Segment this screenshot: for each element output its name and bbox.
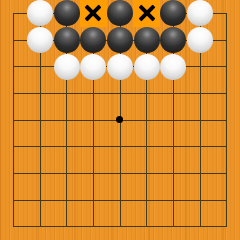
intersection-a1[interactable] [0,0,27,27]
go-board[interactable] [0,0,240,240]
intersection-g5[interactable] [160,107,187,134]
white-stone [134,54,160,80]
intersection-c3 [53,53,80,80]
intersection-d5[interactable] [80,107,107,134]
intersection-c5[interactable] [53,107,80,134]
intersection-e5[interactable] [107,107,134,134]
intersection-h2 [187,27,214,54]
intersection-i2[interactable] [213,27,240,54]
intersection-h1 [187,0,214,27]
intersection-c1 [53,0,80,27]
intersection-b1 [27,0,54,27]
intersection-h8[interactable] [187,187,214,214]
intersection-a3[interactable] [0,53,27,80]
intersection-d6[interactable] [80,133,107,160]
intersection-a6[interactable] [0,133,27,160]
intersection-b5[interactable] [27,107,54,134]
intersection-b8[interactable] [27,187,54,214]
intersection-f3 [133,53,160,80]
intersection-c2 [53,27,80,54]
intersection-a2[interactable] [0,27,27,54]
intersection-g7[interactable] [160,160,187,187]
intersection-f6[interactable] [133,133,160,160]
white-stone [160,54,186,80]
intersection-e2 [107,27,134,54]
black-stone [134,27,160,53]
intersection-c6[interactable] [53,133,80,160]
intersection-d3 [80,53,107,80]
intersection-f9[interactable] [133,213,160,240]
intersection-f7[interactable] [133,160,160,187]
black-stone [54,0,80,26]
black-stone [107,0,133,26]
intersection-h7[interactable] [187,160,214,187]
intersection-h3[interactable] [187,53,214,80]
intersection-g9[interactable] [160,213,187,240]
board-grid [0,0,240,240]
black-stone [107,27,133,53]
intersection-d4[interactable] [80,80,107,107]
black-stone [160,27,186,53]
intersection-d1[interactable] [80,0,107,27]
intersection-g4[interactable] [160,80,187,107]
intersection-i4[interactable] [213,80,240,107]
intersection-a4[interactable] [0,80,27,107]
intersection-g8[interactable] [160,187,187,214]
intersection-e4[interactable] [107,80,134,107]
white-stone [187,27,213,53]
intersection-f5[interactable] [133,107,160,134]
black-stone [80,27,106,53]
intersection-c8[interactable] [53,187,80,214]
intersection-i8[interactable] [213,187,240,214]
intersection-a9[interactable] [0,213,27,240]
intersection-i7[interactable] [213,160,240,187]
intersection-b7[interactable] [27,160,54,187]
intersection-i5[interactable] [213,107,240,134]
intersection-h6[interactable] [187,133,214,160]
intersection-f4[interactable] [133,80,160,107]
x-mark-icon [133,0,160,27]
white-stone [187,0,213,26]
intersection-e9[interactable] [107,213,134,240]
intersection-a8[interactable] [0,187,27,214]
intersection-h4[interactable] [187,80,214,107]
intersection-g1 [160,0,187,27]
white-stone [107,54,133,80]
white-stone [80,54,106,80]
black-stone [160,0,186,26]
intersection-d2 [80,27,107,54]
intersection-i6[interactable] [213,133,240,160]
intersection-d7[interactable] [80,160,107,187]
intersection-h9[interactable] [187,213,214,240]
intersection-b2 [27,27,54,54]
intersection-e1 [107,0,134,27]
intersection-a5[interactable] [0,107,27,134]
intersection-e7[interactable] [107,160,134,187]
black-stone [54,27,80,53]
intersection-b9[interactable] [27,213,54,240]
intersection-c7[interactable] [53,160,80,187]
intersection-b6[interactable] [27,133,54,160]
intersection-b4[interactable] [27,80,54,107]
intersection-f1[interactable] [133,0,160,27]
intersection-i1[interactable] [213,0,240,27]
intersection-f8[interactable] [133,187,160,214]
intersection-b3[interactable] [27,53,54,80]
intersection-c4[interactable] [53,80,80,107]
intersection-a7[interactable] [0,160,27,187]
intersection-f2 [133,27,160,54]
intersection-i9[interactable] [213,213,240,240]
intersection-c9[interactable] [53,213,80,240]
intersection-g2 [160,27,187,54]
intersection-e8[interactable] [107,187,134,214]
intersection-e6[interactable] [107,133,134,160]
white-stone [27,27,53,53]
intersection-i3[interactable] [213,53,240,80]
intersection-d8[interactable] [80,187,107,214]
x-mark-icon [80,0,107,27]
intersection-h5[interactable] [187,107,214,134]
intersection-g6[interactable] [160,133,187,160]
intersection-g3 [160,53,187,80]
intersection-d9[interactable] [80,213,107,240]
star-point [116,116,123,123]
white-stone [54,54,80,80]
intersection-e3 [107,53,134,80]
white-stone [27,0,53,26]
